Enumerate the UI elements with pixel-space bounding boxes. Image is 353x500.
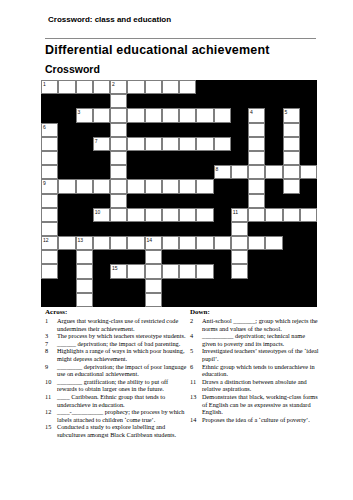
grid-block <box>58 222 75 236</box>
grid-cell[interactable] <box>179 80 196 94</box>
grid-block <box>214 222 231 236</box>
clue-number: 11 <box>190 378 202 393</box>
grid-block <box>41 279 58 293</box>
grid-block <box>196 123 213 137</box>
grid-block <box>196 94 213 108</box>
grid-block <box>196 194 213 208</box>
grid-block <box>231 137 248 151</box>
grid-cell[interactable] <box>93 108 110 122</box>
grid-block <box>300 293 317 307</box>
crossword-grid: 123456789101112131415 <box>41 80 317 307</box>
clue-number: 3 <box>45 332 57 340</box>
grid-block <box>41 94 58 108</box>
grid-block <box>145 222 162 236</box>
grid-cell[interactable] <box>214 236 231 250</box>
cell-number: 10 <box>95 209 101 215</box>
cell-number: 14 <box>147 237 153 243</box>
grid-cell[interactable] <box>283 165 300 179</box>
grid-block <box>58 194 75 208</box>
grid-cell[interactable] <box>179 108 196 122</box>
grid-cell[interactable] <box>145 279 162 293</box>
grid-block <box>76 208 93 222</box>
grid-block <box>265 94 282 108</box>
grid-block <box>196 222 213 236</box>
grid-cell[interactable] <box>162 108 179 122</box>
clue-across-15: 15Conducted a study to explore labelling… <box>45 423 188 438</box>
grid-cell[interactable] <box>93 80 110 94</box>
clue-number: 8 <box>45 347 57 362</box>
grid-block <box>300 80 317 94</box>
grid-block <box>283 264 300 278</box>
clue-across-10: 10________ gratification; the ability to… <box>45 378 188 393</box>
grid-block <box>179 165 196 179</box>
grid-block <box>196 293 213 307</box>
grid-cell[interactable]: 12 <box>41 236 58 250</box>
grid-block <box>93 194 110 208</box>
grid-block <box>231 123 248 137</box>
clue-text: Investigated teachers’ stereotypes of th… <box>202 347 320 362</box>
grid-block <box>300 94 317 108</box>
grid-block <box>214 250 231 264</box>
grid-block <box>162 194 179 208</box>
grid-block <box>93 250 110 264</box>
grid-block <box>58 137 75 151</box>
grid-cell[interactable] <box>283 123 300 137</box>
grid-block <box>110 250 127 264</box>
clue-text: ________ deprivation; the impact of poor… <box>57 363 188 378</box>
grid-cell[interactable] <box>58 179 75 193</box>
grid-cell[interactable] <box>162 179 179 193</box>
grid-block <box>196 279 213 293</box>
grid-block <box>265 151 282 165</box>
grid-block <box>127 194 144 208</box>
grid-cell[interactable] <box>248 208 265 222</box>
grid-block <box>300 236 317 250</box>
grid-block <box>214 123 231 137</box>
grid-cell[interactable] <box>248 179 265 193</box>
clue-text: The process by which teachers stereotype… <box>57 332 188 340</box>
grid-cell[interactable] <box>248 151 265 165</box>
grid-block <box>76 194 93 208</box>
grid-cell[interactable] <box>41 250 58 264</box>
grid-cell[interactable] <box>162 80 179 94</box>
clue-number: 7 <box>45 340 57 348</box>
grid-block <box>93 123 110 137</box>
grid-block <box>127 165 144 179</box>
grid-cell[interactable] <box>196 208 213 222</box>
grid-block <box>58 264 75 278</box>
grid-cell[interactable] <box>248 236 265 250</box>
clue-number: 11 <box>45 393 57 408</box>
grid-cell[interactable] <box>127 208 144 222</box>
grid-block <box>162 293 179 307</box>
grid-cell[interactable] <box>196 179 213 193</box>
grid-cell[interactable] <box>76 264 93 278</box>
grid-block <box>58 151 75 165</box>
crossword-subtitle: Crossword <box>45 63 100 75</box>
clue-number: 2 <box>190 317 202 332</box>
grid-block <box>76 165 93 179</box>
clue-down-13: 13Demonstrates that black, working-class… <box>190 393 320 416</box>
grid-cell[interactable] <box>162 264 179 278</box>
grid-block <box>145 94 162 108</box>
grid-block <box>145 165 162 179</box>
grid-cell[interactable]: 14 <box>145 236 162 250</box>
grid-cell[interactable] <box>145 80 162 94</box>
grid-block <box>179 222 196 236</box>
grid-block <box>41 293 58 307</box>
grid-block <box>179 250 196 264</box>
grid-block <box>248 264 265 278</box>
grid-cell[interactable] <box>145 179 162 193</box>
grid-cell[interactable] <box>127 137 144 151</box>
grid-cell[interactable] <box>145 208 162 222</box>
grid-block <box>214 80 231 94</box>
grid-block <box>214 194 231 208</box>
grid-cell[interactable] <box>76 250 93 264</box>
grid-block <box>231 194 248 208</box>
cell-number: 13 <box>78 237 84 243</box>
cell-number: 9 <box>43 180 46 186</box>
cell-number: 15 <box>112 265 118 271</box>
grid-cell[interactable] <box>41 151 58 165</box>
grid-cell[interactable] <box>162 137 179 151</box>
grid-cell[interactable]: 6 <box>41 123 58 137</box>
grid-block <box>196 80 213 94</box>
grid-cell[interactable] <box>145 108 162 122</box>
grid-cell[interactable] <box>248 194 265 208</box>
grid-block <box>93 165 110 179</box>
grid-cell[interactable] <box>110 137 127 151</box>
grid-cell[interactable]: 4 <box>248 108 265 122</box>
grid-cell[interactable]: 1 <box>41 80 58 94</box>
grid-block <box>231 279 248 293</box>
grid-cell[interactable] <box>58 80 75 94</box>
grid-cell[interactable] <box>283 208 300 222</box>
clue-across-9: 9________ deprivation; the impact of poo… <box>45 363 188 378</box>
grid-block <box>58 165 75 179</box>
grid-block <box>265 123 282 137</box>
grid-cell[interactable]: 13 <box>76 236 93 250</box>
clue-across-11: 11____ Caribbean. Ethnic group that tend… <box>45 393 188 408</box>
grid-block <box>248 80 265 94</box>
grid-block <box>283 279 300 293</box>
grid-cell[interactable] <box>127 179 144 193</box>
cell-number: 5 <box>285 109 288 115</box>
grid-block <box>265 293 282 307</box>
grid-cell[interactable] <box>127 264 144 278</box>
grid-block <box>58 94 75 108</box>
grid-block <box>110 279 127 293</box>
grid-block <box>283 293 300 307</box>
grid-cell[interactable] <box>179 208 196 222</box>
grid-cell[interactable] <box>127 80 144 94</box>
grid-cell[interactable] <box>41 137 58 151</box>
grid-cell[interactable] <box>179 137 196 151</box>
clue-down-4: 4__________ deprivation; technical name … <box>190 332 320 347</box>
grid-block <box>265 264 282 278</box>
clue-down-6: 6Ethnic group which tends to underachiev… <box>190 363 320 378</box>
grid-block <box>231 94 248 108</box>
grid-block <box>248 222 265 236</box>
clue-number: 5 <box>190 347 202 362</box>
grid-block <box>76 151 93 165</box>
grid-cell[interactable]: 9 <box>41 179 58 193</box>
page-header: Crossword: class and education <box>48 15 171 24</box>
grid-cell[interactable] <box>110 94 127 108</box>
grid-cell[interactable] <box>265 165 282 179</box>
grid-cell[interactable] <box>93 236 110 250</box>
clue-number: 10 <box>45 378 57 393</box>
grid-cell[interactable] <box>214 108 231 122</box>
page: Crossword: class and education Different… <box>0 0 353 500</box>
grid-cell[interactable] <box>76 279 93 293</box>
grid-cell[interactable] <box>300 165 317 179</box>
grid-block <box>93 293 110 307</box>
grid-cell[interactable] <box>231 222 248 236</box>
grid-block <box>127 222 144 236</box>
clue-number: 4 <box>190 332 202 347</box>
grid-block <box>162 151 179 165</box>
grid-cell[interactable] <box>110 236 127 250</box>
grid-cell[interactable] <box>127 236 144 250</box>
grid-cell[interactable] <box>283 137 300 151</box>
grid-cell[interactable] <box>231 264 248 278</box>
cell-number: 6 <box>43 124 46 130</box>
grid-block <box>145 123 162 137</box>
page-title: Differential educational achievement <box>45 43 270 57</box>
grid-block <box>76 222 93 236</box>
grid-cell[interactable] <box>179 179 196 193</box>
grid-block <box>214 264 231 278</box>
down-clue-list: 2Anti-school _______; group which reject… <box>190 317 320 423</box>
grid-cell[interactable] <box>162 208 179 222</box>
clue-across-8: 8Highlights a range of ways in which poo… <box>45 347 188 362</box>
grid-cell[interactable] <box>110 151 127 165</box>
grid-cell[interactable]: 15 <box>110 264 127 278</box>
grid-block <box>179 94 196 108</box>
clue-across-12: 12____-__________ prophecy; the process … <box>45 408 188 423</box>
cell-number: 7 <box>95 138 98 144</box>
grid-block <box>265 250 282 264</box>
clue-text: Conducted a study to explore labelling a… <box>57 423 188 438</box>
grid-block <box>265 137 282 151</box>
grid-block <box>127 151 144 165</box>
grid-cell[interactable] <box>196 264 213 278</box>
clue-text: Ethnic group which tends to underachieve… <box>202 363 320 378</box>
grid-block <box>283 236 300 250</box>
grid-cell[interactable] <box>127 108 144 122</box>
grid-cell[interactable] <box>265 208 282 222</box>
grid-block <box>300 123 317 137</box>
grid-block <box>93 94 110 108</box>
grid-block <box>127 279 144 293</box>
grid-block <box>179 279 196 293</box>
grid-cell[interactable] <box>41 264 58 278</box>
grid-block <box>300 264 317 278</box>
grid-cell[interactable] <box>110 123 127 137</box>
grid-cell[interactable] <box>58 236 75 250</box>
grid-block <box>265 279 282 293</box>
grid-cell[interactable] <box>145 264 162 278</box>
grid-block <box>58 250 75 264</box>
grid-block <box>93 264 110 278</box>
clue-across-1: 1Argues that working-class use of restri… <box>45 317 188 332</box>
grid-block <box>76 137 93 151</box>
grid-block <box>162 123 179 137</box>
grid-cell[interactable] <box>76 80 93 94</box>
grid-block <box>265 80 282 94</box>
clue-number: 15 <box>45 423 57 438</box>
clue-text: ____ Caribbean. Ethnic group that tends … <box>57 393 188 408</box>
grid-cell[interactable] <box>231 236 248 250</box>
grid-block <box>179 293 196 307</box>
clue-text: Proposes the idea of a ‘culture of pover… <box>202 416 320 424</box>
clue-number: 6 <box>190 363 202 378</box>
clue-text: ________ gratification; the ability to p… <box>57 378 188 393</box>
clue-down-14: 14Proposes the idea of a ‘culture of pov… <box>190 416 320 424</box>
grid-cell[interactable] <box>231 250 248 264</box>
grid-block <box>76 123 93 137</box>
clue-down-2: 2Anti-school _______; group which reject… <box>190 317 320 332</box>
grid-block <box>300 250 317 264</box>
grid-cell[interactable] <box>179 264 196 278</box>
grid-cell[interactable] <box>265 236 282 250</box>
grid-cell[interactable] <box>93 179 110 193</box>
grid-block <box>231 80 248 94</box>
grid-cell[interactable] <box>110 179 127 193</box>
clue-down-5: 5Investigated teachers’ stereotypes of t… <box>190 347 320 362</box>
grid-cell[interactable] <box>76 179 93 193</box>
grid-block <box>93 151 110 165</box>
grid-cell[interactable] <box>41 208 58 222</box>
clue-text: Demonstrates that black, working-class f… <box>202 393 320 416</box>
grid-block <box>265 194 282 208</box>
grid-cell[interactable] <box>231 165 248 179</box>
clue-text: Highlights a range of ways in which poor… <box>57 347 188 362</box>
grid-cell[interactable] <box>145 293 162 307</box>
grid-cell[interactable]: 3 <box>76 108 93 122</box>
grid-cell[interactable] <box>283 151 300 165</box>
grid-block <box>162 250 179 264</box>
grid-cell[interactable] <box>110 208 127 222</box>
grid-block <box>283 250 300 264</box>
grid-block <box>248 293 265 307</box>
grid-block <box>231 179 248 193</box>
grid-cell[interactable] <box>110 194 127 208</box>
grid-block <box>127 250 144 264</box>
grid-cell[interactable] <box>179 236 196 250</box>
grid-block <box>162 279 179 293</box>
grid-cell[interactable] <box>145 250 162 264</box>
grid-block <box>58 279 75 293</box>
grid-cell[interactable]: 10 <box>93 208 110 222</box>
grid-block <box>179 194 196 208</box>
grid-cell[interactable] <box>110 165 127 179</box>
cell-number: 8 <box>216 166 219 172</box>
grid-cell[interactable] <box>162 236 179 250</box>
grid-block <box>231 293 248 307</box>
grid-block <box>300 151 317 165</box>
grid-block <box>196 250 213 264</box>
cell-number: 2 <box>112 81 115 87</box>
clue-text: ______ deprivation; the impact of bad pa… <box>57 340 188 348</box>
grid-block <box>300 194 317 208</box>
grid-block <box>93 222 110 236</box>
grid-block <box>300 179 317 193</box>
grid-cell[interactable] <box>248 165 265 179</box>
clue-across-3: 3The process by which teachers stereotyp… <box>45 332 188 340</box>
grid-block <box>179 123 196 137</box>
cell-number: 4 <box>250 109 253 115</box>
grid-cell[interactable] <box>214 137 231 151</box>
grid-cell[interactable] <box>145 137 162 151</box>
grid-block <box>127 94 144 108</box>
grid-cell[interactable] <box>41 165 58 179</box>
grid-cell[interactable] <box>196 137 213 151</box>
grid-cell[interactable]: 2 <box>110 80 127 94</box>
grid-block <box>179 151 196 165</box>
grid-block <box>76 94 93 108</box>
clue-number: 1 <box>45 317 57 332</box>
grid-block <box>214 208 231 222</box>
grid-cell[interactable] <box>41 222 58 236</box>
grid-block <box>110 222 127 236</box>
grid-cell[interactable] <box>196 108 213 122</box>
cell-number: 3 <box>78 109 81 115</box>
grid-cell[interactable] <box>300 208 317 222</box>
grid-block <box>283 222 300 236</box>
clue-text: Argues that working-class use of restric… <box>57 317 188 332</box>
grid-block <box>58 293 75 307</box>
clue-number: 12 <box>45 408 57 423</box>
grid-block <box>265 222 282 236</box>
cell-number: 1 <box>43 81 46 87</box>
grid-block <box>214 279 231 293</box>
grid-cell[interactable] <box>283 179 300 193</box>
grid-block <box>231 108 248 122</box>
grid-cell[interactable] <box>248 137 265 151</box>
across-heading: Across: <box>45 308 188 317</box>
grid-cell[interactable] <box>196 236 213 250</box>
grid-block <box>58 123 75 137</box>
grid-cell[interactable] <box>41 194 58 208</box>
grid-block <box>110 293 127 307</box>
grid-cell[interactable]: 11 <box>231 208 248 222</box>
grid-cell[interactable]: 7 <box>93 137 110 151</box>
grid-cell[interactable] <box>76 293 93 307</box>
grid-block <box>93 279 110 293</box>
grid-block <box>58 108 75 122</box>
divider-line <box>45 38 316 39</box>
down-heading: Down: <box>190 308 320 317</box>
grid-block <box>231 151 248 165</box>
clue-text: Draws a distinction between absolute and… <box>202 378 320 393</box>
grid-block <box>300 137 317 151</box>
grid-block <box>196 151 213 165</box>
grid-block <box>283 80 300 94</box>
grid-block <box>248 250 265 264</box>
grid-cell[interactable] <box>248 123 265 137</box>
clue-number: 9 <box>45 363 57 378</box>
grid-block <box>300 222 317 236</box>
grid-cell[interactable]: 8 <box>214 165 231 179</box>
cell-number: 11 <box>233 209 238 215</box>
grid-block <box>162 222 179 236</box>
grid-cell[interactable] <box>110 108 127 122</box>
grid-cell[interactable]: 5 <box>283 108 300 122</box>
grid-block <box>265 108 282 122</box>
